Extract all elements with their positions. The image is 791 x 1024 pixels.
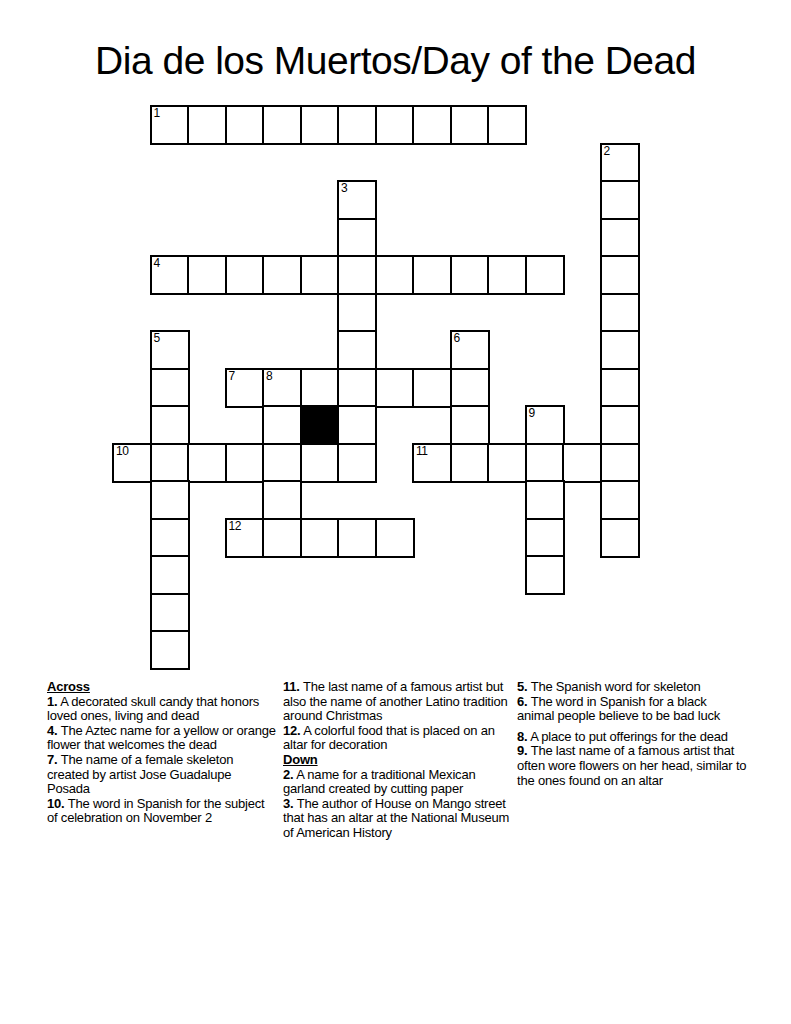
- crossword-cell[interactable]: [262, 105, 302, 145]
- crossword-cell[interactable]: [600, 368, 640, 408]
- clue-across-4: 4. The Aztec name for a yellow or orange…: [47, 724, 277, 753]
- clue-number-label: 8.: [517, 729, 527, 744]
- crossword-cell[interactable]: [487, 105, 527, 145]
- cell-clue-number: 5: [154, 332, 160, 345]
- black-cell: [300, 405, 340, 445]
- clue-number-label: 4.: [47, 723, 57, 738]
- crossword-cell[interactable]: [525, 255, 565, 295]
- clues-section: Across 1. A decorated skull candy that h…: [0, 680, 791, 940]
- crossword-cell[interactable]: [262, 405, 302, 445]
- cell-clue-number: 9: [529, 407, 535, 420]
- crossword-cell[interactable]: [450, 255, 490, 295]
- crossword-cell[interactable]: [262, 518, 302, 558]
- clue-column-3: 5. The Spanish word for skeleton 6. The …: [517, 680, 747, 788]
- crossword-cell[interactable]: [187, 105, 227, 145]
- clue-across-1: 1. A decorated skull candy that honors l…: [47, 695, 277, 724]
- crossword-cell[interactable]: [337, 443, 377, 483]
- puzzle-title: Dia de los Muertos/Day of the Dead: [0, 38, 791, 84]
- crossword-cell[interactable]: [600, 255, 640, 295]
- crossword-cell[interactable]: [225, 255, 265, 295]
- down-header: Down: [283, 753, 513, 768]
- clue-text: A name for a traditional Mexican garland…: [283, 767, 475, 797]
- crossword-cell[interactable]: [300, 255, 340, 295]
- cell-clue-number: 1: [154, 107, 160, 120]
- crossword-cell[interactable]: [487, 443, 527, 483]
- crossword-cell[interactable]: [337, 518, 377, 558]
- crossword-cell[interactable]: [600, 443, 640, 483]
- crossword-cell[interactable]: [600, 405, 640, 445]
- crossword-cell[interactable]: [187, 443, 227, 483]
- clue-across-12: 12. A colorful food that is placed on an…: [283, 724, 513, 753]
- crossword-cell[interactable]: [300, 518, 340, 558]
- crossword-cell[interactable]: [450, 443, 490, 483]
- across-header: Across: [47, 680, 277, 695]
- cell-clue-number: 4: [154, 257, 160, 270]
- crossword-cell[interactable]: [525, 480, 565, 520]
- crossword-cell[interactable]: 6: [450, 330, 490, 370]
- crossword-grid: 123456789101112: [112, 105, 642, 671]
- clue-text: The word in Spanish for a black animal p…: [517, 694, 720, 724]
- crossword-cell[interactable]: 11: [412, 443, 452, 483]
- clue-text: The author of House on Mango street that…: [283, 796, 509, 840]
- clue-number-label: 7.: [47, 752, 57, 767]
- crossword-cell[interactable]: [150, 405, 190, 445]
- crossword-cell[interactable]: [225, 443, 265, 483]
- clue-number-label: 1.: [47, 694, 57, 709]
- clue-number-label: 9.: [517, 743, 527, 758]
- crossword-cell[interactable]: 8: [262, 368, 302, 408]
- clue-number-label: 12.: [283, 723, 300, 738]
- crossword-cell[interactable]: [450, 368, 490, 408]
- crossword-cell[interactable]: 7: [225, 368, 265, 408]
- crossword-cell[interactable]: [150, 518, 190, 558]
- crossword-cell[interactable]: [525, 518, 565, 558]
- clue-column-1: Across 1. A decorated skull candy that h…: [47, 680, 277, 826]
- clue-number-label: 6.: [517, 694, 527, 709]
- clue-text: A colorful food that is placed on an alt…: [283, 723, 495, 753]
- clue-text: The Aztec name for a yellow or orange fl…: [47, 723, 276, 753]
- clue-text: A place to put offerings for the dead: [530, 729, 728, 744]
- clue-down-9: 9. The last name of a famous artist that…: [517, 744, 747, 788]
- crossword-cell[interactable]: [262, 255, 302, 295]
- clue-number-label: 2.: [283, 767, 293, 782]
- crossword-cell[interactable]: [525, 555, 565, 595]
- clue-across-11: 11. The last name of a famous artist but…: [283, 680, 513, 724]
- clue-number-label: 10.: [47, 796, 64, 811]
- crossword-cell[interactable]: [150, 480, 190, 520]
- crossword-cell[interactable]: [150, 555, 190, 595]
- crossword-cell[interactable]: [337, 218, 377, 258]
- crossword-cell[interactable]: [600, 330, 640, 370]
- crossword-cell[interactable]: [412, 255, 452, 295]
- crossword-cell[interactable]: [187, 255, 227, 295]
- crossword-cell[interactable]: [562, 443, 602, 483]
- crossword-cell[interactable]: 9: [525, 405, 565, 445]
- clue-across-7: 7. The name of a female skeleton created…: [47, 753, 277, 797]
- cell-clue-number: 7: [229, 370, 235, 383]
- crossword-cell[interactable]: [600, 518, 640, 558]
- crossword-cell[interactable]: 1: [150, 105, 190, 145]
- crossword-cell[interactable]: [337, 105, 377, 145]
- crossword-cell[interactable]: [375, 368, 415, 408]
- cell-clue-number: 11: [416, 445, 427, 458]
- crossword-cell[interactable]: [300, 368, 340, 408]
- clue-down-8: 8. A place to put offerings for the dead: [517, 730, 747, 745]
- cell-clue-number: 12: [229, 520, 241, 533]
- crossword-cell[interactable]: [337, 255, 377, 295]
- crossword-cell[interactable]: [375, 255, 415, 295]
- crossword-cell[interactable]: [300, 443, 340, 483]
- crossword-cell[interactable]: [600, 293, 640, 333]
- crossword-cell[interactable]: [450, 105, 490, 145]
- cell-clue-number: 8: [266, 370, 272, 383]
- crossword-cell[interactable]: [150, 443, 190, 483]
- crossword-cell[interactable]: [150, 368, 190, 408]
- cell-clue-number: 3: [341, 182, 347, 195]
- crossword-cell[interactable]: 10: [112, 443, 152, 483]
- crossword-cell[interactable]: [412, 368, 452, 408]
- cell-clue-number: 6: [454, 332, 460, 345]
- clue-down-6: 6. The word in Spanish for a black anima…: [517, 695, 747, 724]
- clue-down-2: 2. A name for a traditional Mexican garl…: [283, 768, 513, 797]
- crossword-cell[interactable]: [337, 330, 377, 370]
- crossword-cell[interactable]: [375, 105, 415, 145]
- crossword-cell[interactable]: 4: [150, 255, 190, 295]
- crossword-cell[interactable]: [600, 480, 640, 520]
- crossword-cell[interactable]: [600, 180, 640, 220]
- clue-text: A decorated skull candy that honors love…: [47, 694, 259, 724]
- clue-across-10: 10. The word in Spanish for the subject …: [47, 797, 277, 826]
- clue-down-5: 5. The Spanish word for skeleton: [517, 680, 747, 695]
- crossword-cell[interactable]: [262, 443, 302, 483]
- clue-text: The last name of a famous artist that of…: [517, 743, 746, 787]
- crossword-cell[interactable]: [375, 518, 415, 558]
- clue-column-2: 11. The last name of a famous artist but…: [283, 680, 513, 841]
- clue-text: The Spanish word for skeleton: [531, 679, 701, 694]
- crossword-cell[interactable]: [300, 105, 340, 145]
- clue-number-label: 11.: [283, 679, 300, 694]
- clue-down-3: 3. The author of House on Mango street t…: [283, 797, 513, 841]
- crossword-cell[interactable]: 12: [225, 518, 265, 558]
- crossword-cell[interactable]: [412, 105, 452, 145]
- clue-text: The last name of a famous artist but als…: [283, 679, 508, 723]
- clue-number-label: 3.: [283, 796, 293, 811]
- crossword-page: Dia de los Muertos/Day of the Dead 12345…: [0, 0, 791, 1024]
- crossword-cell[interactable]: [150, 630, 190, 670]
- crossword-cell[interactable]: [487, 255, 527, 295]
- clue-text: The word in Spanish for the subject of c…: [47, 796, 264, 826]
- crossword-cell[interactable]: [450, 405, 490, 445]
- crossword-cell[interactable]: 3: [337, 180, 377, 220]
- crossword-cell[interactable]: 5: [150, 330, 190, 370]
- crossword-cell[interactable]: [525, 443, 565, 483]
- cell-clue-number: 10: [116, 445, 128, 458]
- crossword-cell[interactable]: [337, 368, 377, 408]
- cell-clue-number: 2: [604, 145, 610, 158]
- crossword-cell[interactable]: [337, 293, 377, 333]
- crossword-cell[interactable]: [600, 218, 640, 258]
- clue-number-label: 5.: [517, 679, 527, 694]
- crossword-cell[interactable]: [225, 105, 265, 145]
- crossword-cell[interactable]: [262, 480, 302, 520]
- crossword-cell[interactable]: [337, 405, 377, 445]
- clue-text: The name of a female skeleton created by…: [47, 752, 233, 796]
- crossword-cell[interactable]: [150, 593, 190, 633]
- crossword-cell[interactable]: 2: [600, 143, 640, 183]
